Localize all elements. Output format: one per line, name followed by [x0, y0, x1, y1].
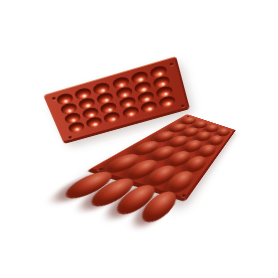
hanging-hole	[169, 62, 173, 66]
hanging-hole	[231, 130, 233, 131]
hanging-hole	[68, 136, 72, 139]
product-photo	[0, 0, 278, 278]
cavity-grid	[53, 64, 178, 135]
hanging-hole	[97, 168, 104, 171]
hanging-hole	[181, 194, 186, 198]
hanging-hole	[181, 104, 185, 108]
